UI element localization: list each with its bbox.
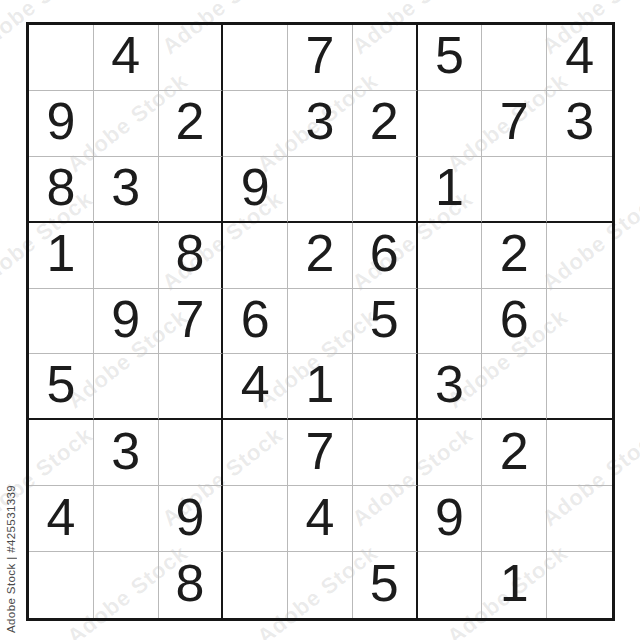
- cell-r2c8: 7: [482, 91, 547, 157]
- cell-r2c7: [418, 91, 483, 157]
- cell-r8c9: [547, 486, 612, 552]
- cell-r5c3: 7: [159, 289, 224, 355]
- cell-r4c2: [94, 223, 159, 289]
- cell-r1c7: 5: [418, 25, 483, 91]
- cell-r4c4: [223, 223, 288, 289]
- cell-r1c2: 4: [94, 25, 159, 91]
- cell-r7c7: [418, 420, 483, 486]
- cell-r7c1: [29, 420, 94, 486]
- cell-r6c3: [159, 354, 224, 420]
- cell-r6c5: 1: [288, 354, 353, 420]
- cell-r6c9: [547, 354, 612, 420]
- cell-r9c7: [418, 552, 483, 618]
- cell-r9c6: 5: [353, 552, 418, 618]
- cell-r3c3: [159, 157, 224, 223]
- cell-r3c4: 9: [223, 157, 288, 223]
- cell-r4c1: 1: [29, 223, 94, 289]
- cell-r1c8: [482, 25, 547, 91]
- cell-r9c3: 8: [159, 552, 224, 618]
- cell-r8c8: [482, 486, 547, 552]
- cell-r5c1: [29, 289, 94, 355]
- cell-r6c2: [94, 354, 159, 420]
- cell-r9c1: [29, 552, 94, 618]
- stock-image-canvas: Adobe StockAdobe StockAdobe StockAdobe S…: [0, 0, 640, 640]
- cell-r7c9: [547, 420, 612, 486]
- cell-r7c8: 2: [482, 420, 547, 486]
- cell-r9c9: [547, 552, 612, 618]
- cell-r5c2: 9: [94, 289, 159, 355]
- sudoku-board: 47549232738391182629765654133724949851: [26, 22, 615, 621]
- cell-r8c7: 9: [418, 486, 483, 552]
- watermark-tile: Adobe Stock: [632, 540, 640, 640]
- cell-r3c6: [353, 157, 418, 223]
- cell-r9c5: [288, 552, 353, 618]
- cell-r9c2: [94, 552, 159, 618]
- cell-r8c6: [353, 486, 418, 552]
- cell-r4c6: 6: [353, 223, 418, 289]
- cell-r6c6: [353, 354, 418, 420]
- cell-r7c2: 3: [94, 420, 159, 486]
- cell-r8c5: 4: [288, 486, 353, 552]
- cell-r3c5: [288, 157, 353, 223]
- cell-r9c8: 1: [482, 552, 547, 618]
- cell-r8c4: [223, 486, 288, 552]
- cell-r2c9: 3: [547, 91, 612, 157]
- cell-r1c1: [29, 25, 94, 91]
- cell-r1c6: [353, 25, 418, 91]
- cell-r8c3: 9: [159, 486, 224, 552]
- cell-r7c6: [353, 420, 418, 486]
- cell-r1c4: [223, 25, 288, 91]
- cell-r4c7: [418, 223, 483, 289]
- cell-r5c7: [418, 289, 483, 355]
- cell-r3c9: [547, 157, 612, 223]
- cell-r3c8: [482, 157, 547, 223]
- cell-r4c5: 2: [288, 223, 353, 289]
- cell-r8c2: [94, 486, 159, 552]
- cell-r2c4: [223, 91, 288, 157]
- cell-r6c1: 5: [29, 354, 94, 420]
- cell-r6c4: 4: [223, 354, 288, 420]
- cell-r5c8: 6: [482, 289, 547, 355]
- cell-r2c3: 2: [159, 91, 224, 157]
- cell-r3c1: 8: [29, 157, 94, 223]
- cell-r7c5: 7: [288, 420, 353, 486]
- cell-r5c9: [547, 289, 612, 355]
- cell-r1c9: 4: [547, 25, 612, 91]
- watermark-tile: Adobe Stock: [632, 304, 640, 414]
- cell-r5c4: 6: [223, 289, 288, 355]
- cell-r1c3: [159, 25, 224, 91]
- cell-r6c7: 3: [418, 354, 483, 420]
- cell-r5c6: 5: [353, 289, 418, 355]
- cell-r7c3: [159, 420, 224, 486]
- cell-r2c1: 9: [29, 91, 94, 157]
- cell-r2c6: 2: [353, 91, 418, 157]
- cell-r4c8: 2: [482, 223, 547, 289]
- cell-r8c1: 4: [29, 486, 94, 552]
- cell-r4c3: 8: [159, 223, 224, 289]
- cell-r1c5: 7: [288, 25, 353, 91]
- cell-r3c2: 3: [94, 157, 159, 223]
- stock-attribution: Adobe Stock | #425531339: [5, 451, 17, 633]
- cell-r7c4: [223, 420, 288, 486]
- cell-r6c8: [482, 354, 547, 420]
- cell-r2c5: 3: [288, 91, 353, 157]
- cell-r9c4: [223, 552, 288, 618]
- cell-r2c2: [94, 91, 159, 157]
- cell-r4c9: [547, 223, 612, 289]
- cell-r5c5: [288, 289, 353, 355]
- watermark-tile: Adobe Stock: [632, 68, 640, 178]
- cell-r3c7: 1: [418, 157, 483, 223]
